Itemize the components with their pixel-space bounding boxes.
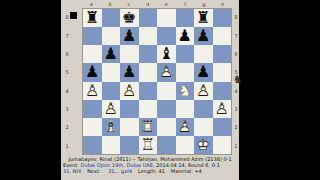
square-f3[interactable] — [176, 100, 195, 118]
square-g6[interactable] — [194, 45, 213, 63]
piece-black-pawn-f7[interactable]: ♟ — [176, 27, 195, 45]
file-label-f: f — [176, 1, 195, 7]
piece-white-pawn-b3[interactable]: ♟♙ — [102, 100, 121, 118]
rank-label-2: 2 — [64, 118, 70, 136]
length-value: Length: 41 — [138, 168, 165, 174]
square-h3[interactable]: ♟♙ — [213, 100, 232, 118]
piece-black-pawn-a5[interactable]: ♟ — [83, 63, 102, 81]
file-label-b: b — [101, 1, 120, 7]
rank-label-5: 5 — [64, 63, 70, 81]
rank-label-3: 3 — [64, 100, 70, 118]
square-c7[interactable]: ♟ — [120, 27, 139, 45]
knight-outline-icon: ♘ — [176, 82, 195, 100]
square-c1[interactable] — [120, 136, 139, 154]
piece-black-bishop-e6[interactable]: ♝ — [157, 45, 176, 63]
side-to-move-indicator — [70, 12, 77, 19]
king-icon: ♚ — [120, 9, 139, 27]
rank-label-6: 6 — [233, 45, 239, 63]
square-f6[interactable] — [176, 45, 195, 63]
material-value: Material: +4 — [171, 168, 202, 174]
square-g2[interactable] — [194, 118, 213, 136]
rank-label-4: 4 — [64, 82, 70, 100]
square-c6[interactable] — [120, 45, 139, 63]
piece-black-rook-g8[interactable]: ♜ — [194, 9, 213, 27]
pawn-icon: ♟ — [194, 27, 213, 45]
square-d3[interactable] — [139, 100, 158, 118]
piece-white-bishop-b2[interactable]: ♝♗ — [102, 118, 121, 136]
square-e5[interactable]: ♟♙ — [157, 63, 176, 81]
square-a1[interactable] — [83, 136, 102, 154]
square-a5[interactable]: ♟ — [83, 63, 102, 81]
square-a2[interactable] — [83, 118, 102, 136]
square-b2[interactable]: ♝♗ — [102, 118, 121, 136]
square-e1[interactable] — [157, 136, 176, 154]
file-label-a: a — [82, 1, 101, 7]
piece-white-knight-f4[interactable]: ♞♘ — [176, 82, 195, 100]
square-b8[interactable] — [102, 9, 121, 27]
rank-labels-left: 87654321 — [64, 8, 70, 155]
piece-white-pawn-f2[interactable]: ♟♙ — [176, 118, 195, 136]
rank-label-2: 2 — [233, 118, 239, 136]
square-e2[interactable] — [157, 118, 176, 136]
square-a7[interactable] — [83, 27, 102, 45]
square-h6[interactable] — [213, 45, 232, 63]
square-c2[interactable] — [120, 118, 139, 136]
square-e3[interactable] — [157, 100, 176, 118]
file-label-e: e — [157, 1, 176, 7]
square-f7[interactable]: ♟ — [176, 27, 195, 45]
rook-icon: ♜ — [194, 9, 213, 27]
pawn-icon: ♟ — [102, 45, 121, 63]
square-c4[interactable]: ♟♙ — [120, 82, 139, 100]
piece-black-king-c8[interactable]: ♚ — [120, 9, 139, 27]
square-f5[interactable] — [176, 63, 195, 81]
pawn-outline-icon: ♙ — [120, 82, 139, 100]
rook-icon: ♜ — [83, 9, 102, 27]
square-a3[interactable] — [83, 100, 102, 118]
bishop-icon: ♝ — [157, 45, 176, 63]
piece-black-pawn-b6[interactable]: ♟ — [102, 45, 121, 63]
piece-black-pawn-c7[interactable]: ♟ — [120, 27, 139, 45]
file-label-g: g — [195, 1, 214, 7]
piece-white-rook-d2[interactable]: ♜♖ — [139, 118, 158, 136]
square-f2[interactable]: ♟♙ — [176, 118, 195, 136]
piece-white-pawn-h3[interactable]: ♟♙ — [213, 100, 232, 118]
piece-black-pawn-g7[interactable]: ♟ — [194, 27, 213, 45]
file-label-c: c — [120, 1, 139, 7]
piece-black-pawn-c5[interactable]: ♟ — [120, 63, 139, 81]
file-label-d: d — [138, 1, 157, 7]
cursor-knight-icon: ♞ — [233, 74, 243, 85]
square-e7[interactable] — [157, 27, 176, 45]
current-move[interactable]: 31. Nf4 — [63, 168, 81, 174]
chess-gif-stage: abcdefgh abcdefgh 87654321 87654321 ♜♚♜♟… — [61, 0, 239, 180]
square-b6[interactable]: ♟ — [102, 45, 121, 63]
square-a4[interactable]: ♟♙ — [83, 82, 102, 100]
piece-white-pawn-a4[interactable]: ♟♙ — [83, 82, 102, 100]
square-f4[interactable]: ♞♘ — [176, 82, 195, 100]
piece-black-pawn-g5[interactable]: ♟ — [194, 63, 213, 81]
square-e4[interactable] — [157, 82, 176, 100]
pawn-icon: ♟ — [176, 27, 195, 45]
pawn-outline-icon: ♙ — [83, 82, 102, 100]
rook-outline-icon: ♖ — [139, 136, 158, 154]
square-f8[interactable] — [176, 9, 195, 27]
pawn-icon: ♟ — [83, 63, 102, 81]
square-b3[interactable]: ♟♙ — [102, 100, 121, 118]
square-g8[interactable]: ♜ — [194, 9, 213, 27]
pawn-icon: ♟ — [120, 63, 139, 81]
piece-white-king-g1[interactable]: ♚♔ — [194, 136, 213, 154]
square-d1[interactable]: ♜♖ — [139, 136, 158, 154]
piece-white-pawn-g4[interactable]: ♟♙ — [194, 82, 213, 100]
rank-label-3: 3 — [233, 100, 239, 118]
square-d2[interactable]: ♜♖ — [139, 118, 158, 136]
pawn-outline-icon: ♙ — [194, 82, 213, 100]
square-d7[interactable] — [139, 27, 158, 45]
square-a8[interactable]: ♜ — [83, 9, 102, 27]
pawn-outline-icon: ♙ — [176, 118, 195, 136]
caption-movelist: 31. Nf4Next: 31... gxf4Length: 41Materia… — [63, 168, 237, 174]
square-d4[interactable] — [139, 82, 158, 100]
square-h5[interactable] — [213, 63, 232, 81]
pawn-outline-icon: ♙ — [157, 63, 176, 81]
next-move-value[interactable]: 31... gxf4 — [108, 168, 132, 174]
square-e6[interactable]: ♝ — [157, 45, 176, 63]
square-h8[interactable] — [213, 9, 232, 27]
rook-outline-icon: ♖ — [139, 118, 158, 136]
square-h2[interactable] — [213, 118, 232, 136]
square-g3[interactable] — [194, 100, 213, 118]
rank-label-8: 8 — [233, 8, 239, 26]
square-h1[interactable] — [213, 136, 232, 154]
piece-white-pawn-e5[interactable]: ♟♙ — [157, 63, 176, 81]
square-g1[interactable]: ♚♔ — [194, 136, 213, 154]
square-g7[interactable]: ♟ — [194, 27, 213, 45]
square-e8[interactable] — [157, 9, 176, 27]
square-d8[interactable] — [139, 9, 158, 27]
next-move-label: Next: — [87, 168, 102, 174]
bishop-outline-icon: ♗ — [102, 118, 121, 136]
square-h7[interactable] — [213, 27, 232, 45]
square-b4[interactable] — [102, 82, 121, 100]
piece-black-rook-a8[interactable]: ♜ — [83, 9, 102, 27]
square-c3[interactable] — [120, 100, 139, 118]
pawn-outline-icon: ♙ — [102, 100, 121, 118]
king-outline-icon: ♔ — [194, 136, 213, 154]
piece-white-rook-d1[interactable]: ♜♖ — [139, 136, 158, 154]
rank-label-7: 7 — [233, 26, 239, 44]
square-g4[interactable]: ♟♙ — [194, 82, 213, 100]
rank-label-6: 6 — [64, 45, 70, 63]
file-labels-top: abcdefgh — [82, 1, 232, 7]
square-c5[interactable]: ♟ — [120, 63, 139, 81]
square-b1[interactable] — [102, 136, 121, 154]
pawn-outline-icon: ♙ — [213, 100, 232, 118]
square-h4[interactable] — [213, 82, 232, 100]
square-f1[interactable] — [176, 136, 195, 154]
chess-board[interactable]: ♜♚♜♟♟♟♟♝♟♟♟♙♟♟♙♟♙♞♘♟♙♟♙♟♙♝♗♜♖♟♙♜♖♚♔ — [82, 8, 232, 155]
rank-label-1: 1 — [233, 137, 239, 155]
square-d5[interactable] — [139, 63, 158, 81]
square-b5[interactable] — [102, 63, 121, 81]
pawn-icon: ♟ — [120, 27, 139, 45]
square-d6[interactable] — [139, 45, 158, 63]
square-c8[interactable]: ♚ — [120, 9, 139, 27]
file-label-h: h — [213, 1, 232, 7]
pawn-icon: ♟ — [194, 63, 213, 81]
square-g5[interactable]: ♟ — [194, 63, 213, 81]
rank-label-7: 7 — [64, 26, 70, 44]
square-a6[interactable] — [83, 45, 102, 63]
video-frame: abcdefgh abcdefgh 87654321 87654321 ♜♚♜♟… — [0, 0, 320, 180]
square-b7[interactable] — [102, 27, 121, 45]
rank-label-1: 1 — [64, 137, 70, 155]
piece-white-pawn-c4[interactable]: ♟♙ — [120, 82, 139, 100]
